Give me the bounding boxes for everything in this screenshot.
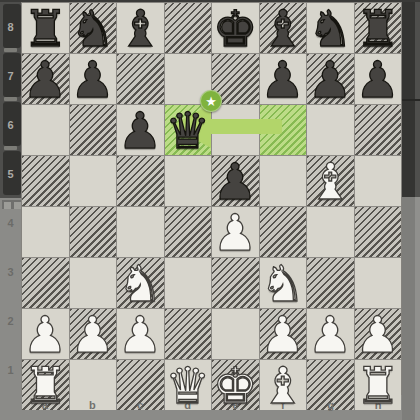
square-d6[interactable]: ♛ <box>165 105 212 155</box>
right-background-gray <box>402 197 420 420</box>
piece-black-b-f8[interactable]: ♝ <box>260 4 305 54</box>
piece-black-p-e5[interactable]: ♟ <box>213 157 258 207</box>
piece-black-k-e8[interactable]: ♚ <box>213 4 258 54</box>
piece-black-p-c6[interactable]: ♟ <box>118 106 163 156</box>
file-label-c: c <box>116 397 164 413</box>
square-g2[interactable]: ♟ <box>307 309 354 359</box>
square-b4[interactable] <box>70 207 117 257</box>
piece-white-n-c3[interactable]: ♞ <box>118 259 163 309</box>
piece-black-p-g7[interactable]: ♟ <box>308 55 353 105</box>
square-g7[interactable]: ♟ <box>307 54 354 104</box>
rank-label-4: 4 <box>0 199 21 248</box>
square-h8[interactable]: ♜ <box>355 3 402 53</box>
piece-black-n-b8[interactable]: ♞ <box>70 4 115 54</box>
square-f5[interactable] <box>260 156 307 206</box>
square-a7[interactable]: ♟ <box>22 54 69 104</box>
piece-black-r-a8[interactable]: ♜ <box>23 4 68 54</box>
square-e3[interactable] <box>212 258 259 308</box>
square-a5[interactable] <box>22 156 69 206</box>
square-c5[interactable] <box>117 156 164 206</box>
square-g5[interactable]: ♝ <box>307 156 354 206</box>
rank-label-6: 6 <box>0 100 21 149</box>
piece-white-r-h1[interactable]: ♜ <box>355 361 400 411</box>
square-a3[interactable] <box>22 258 69 308</box>
file-label-b: b <box>69 397 117 413</box>
square-e7[interactable] <box>212 54 259 104</box>
square-e4[interactable]: ♟ <box>212 207 259 257</box>
piece-black-n-g8[interactable]: ♞ <box>308 4 353 54</box>
right-background-dark <box>402 2 420 197</box>
square-b5[interactable] <box>70 156 117 206</box>
square-e8[interactable]: ♚ <box>212 3 259 53</box>
square-h4[interactable] <box>355 207 402 257</box>
piece-white-k-e1[interactable]: ♚ <box>213 361 258 411</box>
square-d5[interactable] <box>165 156 212 206</box>
rank-label-5: 5 <box>0 149 21 198</box>
square-h3[interactable] <box>355 258 402 308</box>
square-f3[interactable]: ♞ <box>260 258 307 308</box>
square-e2[interactable] <box>212 309 259 359</box>
chess-app-screen: ♜♞♝♚♝♞♜♟♟♟♟♟♟♛♟♝♟♞♞♟♟♟♟♟♟♜♛♚♝♜ ★ 8765432… <box>0 0 420 420</box>
square-c8[interactable]: ♝ <box>117 3 164 53</box>
file-label-g: g <box>307 397 355 413</box>
piece-black-p-b7[interactable]: ♟ <box>70 55 115 105</box>
square-c7[interactable] <box>117 54 164 104</box>
piece-black-p-f7[interactable]: ♟ <box>260 55 305 105</box>
square-e1[interactable]: ♚ <box>212 360 259 410</box>
piece-white-p-b2[interactable]: ♟ <box>70 310 115 360</box>
square-h5[interactable] <box>355 156 402 206</box>
square-f2[interactable]: ♟ <box>260 309 307 359</box>
square-c3[interactable]: ♞ <box>117 258 164 308</box>
square-b6[interactable] <box>70 105 117 155</box>
piece-white-p-h2[interactable]: ♟ <box>355 310 400 360</box>
square-f7[interactable]: ♟ <box>260 54 307 104</box>
square-f1[interactable]: ♝ <box>260 360 307 410</box>
square-a8[interactable]: ♜ <box>22 3 69 53</box>
piece-white-b-g5[interactable]: ♝ <box>308 157 353 207</box>
piece-white-p-a2[interactable]: ♟ <box>23 310 68 360</box>
piece-black-q-d6[interactable]: ♛ <box>165 106 210 156</box>
square-h6[interactable] <box>355 105 402 155</box>
piece-white-p-f2[interactable]: ♟ <box>260 310 305 360</box>
piece-white-p-e4[interactable]: ♟ <box>213 208 258 258</box>
square-a4[interactable] <box>22 207 69 257</box>
square-e5[interactable]: ♟ <box>212 156 259 206</box>
piece-black-p-h7[interactable]: ♟ <box>355 55 400 105</box>
piece-white-q-d1[interactable]: ♛ <box>165 361 210 411</box>
square-c4[interactable] <box>117 207 164 257</box>
square-c2[interactable]: ♟ <box>117 309 164 359</box>
square-b3[interactable] <box>70 258 117 308</box>
piece-black-r-h8[interactable]: ♜ <box>355 4 400 54</box>
rank-label-2: 2 <box>0 297 21 346</box>
square-d8[interactable] <box>165 3 212 53</box>
square-b2[interactable]: ♟ <box>70 309 117 359</box>
square-d3[interactable] <box>165 258 212 308</box>
piece-black-b-c8[interactable]: ♝ <box>118 4 163 54</box>
square-d1[interactable]: ♛ <box>165 360 212 410</box>
square-g6[interactable] <box>307 105 354 155</box>
rank-label-8: 8 <box>0 2 21 51</box>
rank-label-1: 1 <box>0 346 21 395</box>
square-e6[interactable] <box>212 105 259 155</box>
square-g3[interactable] <box>307 258 354 308</box>
piece-white-r-a1[interactable]: ♜ <box>23 361 68 411</box>
piece-white-p-c2[interactable]: ♟ <box>118 310 163 360</box>
square-d2[interactable] <box>165 309 212 359</box>
chess-board[interactable]: ♜♞♝♚♝♞♜♟♟♟♟♟♟♛♟♝♟♞♞♟♟♟♟♟♟♜♛♚♝♜ <box>21 2 402 395</box>
square-h1[interactable]: ♜ <box>355 360 402 410</box>
piece-white-b-f1[interactable]: ♝ <box>260 361 305 411</box>
square-c6[interactable]: ♟ <box>117 105 164 155</box>
piece-black-p-a7[interactable]: ♟ <box>23 55 68 105</box>
square-a6[interactable] <box>22 105 69 155</box>
rank-label-3: 3 <box>0 248 21 297</box>
square-h7[interactable]: ♟ <box>355 54 402 104</box>
square-a2[interactable]: ♟ <box>22 309 69 359</box>
square-d7[interactable] <box>165 54 212 104</box>
piece-white-p-g2[interactable]: ♟ <box>308 310 353 360</box>
square-f6[interactable] <box>260 105 307 155</box>
square-f8[interactable]: ♝ <box>260 3 307 53</box>
rank-label-7: 7 <box>0 51 21 100</box>
square-f4[interactable] <box>260 207 307 257</box>
square-b8[interactable]: ♞ <box>70 3 117 53</box>
piece-white-n-f3[interactable]: ♞ <box>260 259 305 309</box>
square-a1[interactable]: ♜ <box>22 360 69 410</box>
square-g8[interactable]: ♞ <box>307 3 354 53</box>
square-b7[interactable]: ♟ <box>70 54 117 104</box>
square-g4[interactable] <box>307 207 354 257</box>
square-h2[interactable]: ♟ <box>355 309 402 359</box>
square-d4[interactable] <box>165 207 212 257</box>
